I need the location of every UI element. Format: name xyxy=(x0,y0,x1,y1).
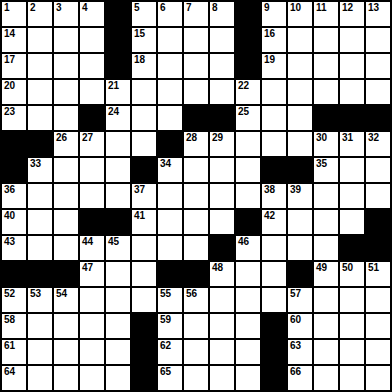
clue-number: 20 xyxy=(4,80,15,91)
block-cell xyxy=(132,314,156,338)
block-cell xyxy=(314,106,338,130)
white-cell[interactable] xyxy=(366,28,390,52)
white-cell[interactable] xyxy=(54,54,78,78)
white-cell[interactable] xyxy=(184,236,208,260)
clue-number: 14 xyxy=(4,28,15,39)
white-cell[interactable] xyxy=(210,80,234,104)
clue-number: 62 xyxy=(160,340,171,351)
white-cell[interactable] xyxy=(236,132,260,156)
white-cell[interactable]: 9 xyxy=(262,2,286,26)
white-cell[interactable] xyxy=(366,314,390,338)
white-cell[interactable]: 57 xyxy=(288,288,312,312)
clue-number: 11 xyxy=(316,2,327,13)
clue-number: 51 xyxy=(368,262,379,273)
white-cell[interactable] xyxy=(158,184,182,208)
block-cell xyxy=(184,106,208,130)
white-cell[interactable] xyxy=(236,366,260,390)
white-cell[interactable] xyxy=(132,288,156,312)
clue-number: 56 xyxy=(186,288,197,299)
clue-number: 60 xyxy=(290,314,301,325)
white-cell[interactable] xyxy=(340,210,364,234)
white-cell[interactable] xyxy=(28,54,52,78)
clue-number: 33 xyxy=(30,158,41,169)
white-cell[interactable] xyxy=(184,340,208,364)
white-cell[interactable]: 40 xyxy=(2,210,26,234)
white-cell[interactable] xyxy=(28,106,52,130)
white-cell[interactable] xyxy=(184,54,208,78)
white-cell[interactable] xyxy=(80,366,104,390)
white-cell[interactable]: 22 xyxy=(236,80,260,104)
white-cell[interactable]: 20 xyxy=(2,80,26,104)
white-cell[interactable] xyxy=(80,80,104,104)
white-cell[interactable]: 7 xyxy=(184,2,208,26)
block-cell xyxy=(262,158,286,182)
block-cell xyxy=(288,158,312,182)
block-cell xyxy=(80,210,104,234)
block-cell xyxy=(236,2,260,26)
white-cell[interactable] xyxy=(132,236,156,260)
block-cell xyxy=(236,54,260,78)
white-cell[interactable] xyxy=(54,210,78,234)
white-cell[interactable]: 42 xyxy=(262,210,286,234)
white-cell[interactable] xyxy=(366,184,390,208)
white-cell[interactable] xyxy=(262,288,286,312)
clue-number: 36 xyxy=(4,184,15,195)
white-cell[interactable] xyxy=(132,106,156,130)
white-cell[interactable]: 62 xyxy=(158,340,182,364)
white-cell[interactable] xyxy=(158,106,182,130)
clue-number: 25 xyxy=(238,106,249,117)
clue-number: 22 xyxy=(238,80,249,91)
white-cell[interactable] xyxy=(54,80,78,104)
white-cell[interactable] xyxy=(210,54,234,78)
white-cell[interactable]: 2 xyxy=(28,2,52,26)
white-cell[interactable]: 46 xyxy=(236,236,260,260)
white-cell[interactable]: 29 xyxy=(210,132,234,156)
block-cell xyxy=(2,158,26,182)
clue-number: 52 xyxy=(4,288,15,299)
clue-number: 8 xyxy=(212,2,218,13)
white-cell[interactable] xyxy=(262,106,286,130)
white-cell[interactable] xyxy=(28,80,52,104)
white-cell[interactable] xyxy=(28,366,52,390)
white-cell[interactable] xyxy=(184,184,208,208)
white-cell[interactable]: 61 xyxy=(2,340,26,364)
white-cell[interactable] xyxy=(288,210,312,234)
clue-number: 39 xyxy=(290,184,301,195)
clue-number: 24 xyxy=(108,106,119,117)
clue-number: 66 xyxy=(290,366,301,377)
white-cell[interactable] xyxy=(236,288,260,312)
clue-number: 38 xyxy=(264,184,275,195)
white-cell[interactable] xyxy=(288,80,312,104)
block-cell xyxy=(158,132,182,156)
white-cell[interactable]: 15 xyxy=(132,28,156,52)
clue-number: 27 xyxy=(82,132,93,143)
white-cell[interactable] xyxy=(54,184,78,208)
clue-number: 50 xyxy=(342,262,353,273)
white-cell[interactable] xyxy=(262,80,286,104)
white-cell[interactable]: 58 xyxy=(2,314,26,338)
white-cell[interactable] xyxy=(210,366,234,390)
clue-number: 44 xyxy=(82,236,93,247)
clue-number: 43 xyxy=(4,236,15,247)
clue-number: 47 xyxy=(82,262,93,273)
white-cell[interactable] xyxy=(80,28,104,52)
white-cell[interactable] xyxy=(106,184,130,208)
clue-number: 48 xyxy=(212,262,223,273)
white-cell[interactable] xyxy=(54,314,78,338)
white-cell[interactable] xyxy=(106,340,130,364)
white-cell[interactable] xyxy=(314,80,338,104)
white-cell[interactable]: 8 xyxy=(210,2,234,26)
white-cell[interactable]: 56 xyxy=(184,288,208,312)
white-cell[interactable]: 54 xyxy=(54,288,78,312)
white-cell[interactable]: 35 xyxy=(314,158,338,182)
white-cell[interactable] xyxy=(28,184,52,208)
white-cell[interactable]: 17 xyxy=(2,54,26,78)
clue-number: 5 xyxy=(134,2,140,13)
white-cell[interactable] xyxy=(236,262,260,286)
white-cell[interactable] xyxy=(184,366,208,390)
clue-number: 29 xyxy=(212,132,223,143)
white-cell[interactable] xyxy=(236,184,260,208)
white-cell[interactable] xyxy=(340,314,364,338)
white-cell[interactable] xyxy=(340,340,364,364)
clue-number: 1 xyxy=(4,2,10,13)
white-cell[interactable] xyxy=(184,210,208,234)
white-cell[interactable]: 28 xyxy=(184,132,208,156)
white-cell[interactable] xyxy=(210,28,234,52)
white-cell[interactable] xyxy=(366,288,390,312)
white-cell[interactable] xyxy=(132,80,156,104)
clue-number: 17 xyxy=(4,54,15,65)
white-cell[interactable]: 39 xyxy=(288,184,312,208)
white-cell[interactable]: 13 xyxy=(366,2,390,26)
clue-number: 46 xyxy=(238,236,249,247)
clue-number: 32 xyxy=(368,132,379,143)
white-cell[interactable] xyxy=(80,158,104,182)
white-cell[interactable] xyxy=(210,288,234,312)
white-cell[interactable]: 59 xyxy=(158,314,182,338)
clue-number: 59 xyxy=(160,314,171,325)
white-cell[interactable] xyxy=(158,236,182,260)
white-cell[interactable] xyxy=(80,184,104,208)
white-cell[interactable]: 14 xyxy=(2,28,26,52)
white-cell[interactable] xyxy=(158,54,182,78)
clue-number: 35 xyxy=(316,158,327,169)
crossword-board: 1234567891011121314151617181920212223242… xyxy=(0,0,392,392)
white-cell[interactable] xyxy=(184,158,208,182)
white-cell[interactable] xyxy=(366,80,390,104)
white-cell[interactable]: 38 xyxy=(262,184,286,208)
white-cell[interactable] xyxy=(28,314,52,338)
white-cell[interactable] xyxy=(28,210,52,234)
clue-number: 3 xyxy=(56,2,62,13)
clue-number: 15 xyxy=(134,28,145,39)
white-cell[interactable] xyxy=(28,236,52,260)
clue-number: 23 xyxy=(4,106,15,117)
white-cell[interactable] xyxy=(288,106,312,130)
block-cell xyxy=(184,262,208,286)
white-cell[interactable] xyxy=(54,366,78,390)
white-cell[interactable]: 41 xyxy=(132,210,156,234)
white-cell[interactable] xyxy=(340,184,364,208)
white-cell[interactable] xyxy=(106,158,130,182)
clue-number: 16 xyxy=(264,28,275,39)
block-cell xyxy=(366,106,390,130)
white-cell[interactable] xyxy=(236,158,260,182)
white-cell[interactable] xyxy=(236,340,260,364)
clue-number: 45 xyxy=(108,236,119,247)
clue-number: 57 xyxy=(290,288,301,299)
white-cell[interactable] xyxy=(106,132,130,156)
white-cell[interactable]: 49 xyxy=(314,262,338,286)
clue-number: 53 xyxy=(30,288,41,299)
block-cell xyxy=(262,340,286,364)
white-cell[interactable] xyxy=(158,28,182,52)
white-cell[interactable]: 48 xyxy=(210,262,234,286)
block-cell xyxy=(262,314,286,338)
white-cell[interactable] xyxy=(340,288,364,312)
white-cell[interactable] xyxy=(54,28,78,52)
block-cell xyxy=(210,236,234,260)
white-cell[interactable] xyxy=(54,106,78,130)
white-cell[interactable]: 11 xyxy=(314,2,338,26)
block-cell xyxy=(340,236,364,260)
clue-number: 18 xyxy=(134,54,145,65)
white-cell[interactable]: 66 xyxy=(288,366,312,390)
block-cell xyxy=(28,132,52,156)
white-cell[interactable]: 50 xyxy=(340,262,364,286)
white-cell[interactable] xyxy=(340,54,364,78)
clue-number: 63 xyxy=(290,340,301,351)
white-cell[interactable] xyxy=(314,236,338,260)
clue-number: 19 xyxy=(264,54,275,65)
white-cell[interactable] xyxy=(366,366,390,390)
white-cell[interactable] xyxy=(340,80,364,104)
white-cell[interactable]: 55 xyxy=(158,288,182,312)
white-cell[interactable]: 18 xyxy=(132,54,156,78)
white-cell[interactable] xyxy=(340,366,364,390)
white-cell[interactable]: 27 xyxy=(80,132,104,156)
white-cell[interactable]: 44 xyxy=(80,236,104,260)
white-cell[interactable]: 12 xyxy=(340,2,364,26)
white-cell[interactable]: 36 xyxy=(2,184,26,208)
white-cell[interactable] xyxy=(106,262,130,286)
white-cell[interactable]: 5 xyxy=(132,2,156,26)
clue-number: 9 xyxy=(264,2,270,13)
block-cell xyxy=(106,54,130,78)
white-cell[interactable] xyxy=(54,158,78,182)
white-cell[interactable]: 30 xyxy=(314,132,338,156)
white-cell[interactable]: 31 xyxy=(340,132,364,156)
block-cell xyxy=(2,262,26,286)
white-cell[interactable]: 51 xyxy=(366,262,390,286)
block-cell xyxy=(366,210,390,234)
white-cell[interactable]: 34 xyxy=(158,158,182,182)
white-cell[interactable] xyxy=(314,210,338,234)
block-cell xyxy=(2,132,26,156)
block-cell xyxy=(54,262,78,286)
white-cell[interactable] xyxy=(210,158,234,182)
white-cell[interactable] xyxy=(184,314,208,338)
clue-number: 49 xyxy=(316,262,327,273)
clue-number: 6 xyxy=(160,2,166,13)
white-cell[interactable] xyxy=(340,158,364,182)
white-cell[interactable] xyxy=(366,340,390,364)
white-cell[interactable] xyxy=(80,288,104,312)
white-cell[interactable]: 53 xyxy=(28,288,52,312)
white-cell[interactable]: 63 xyxy=(288,340,312,364)
white-cell[interactable] xyxy=(106,314,130,338)
white-cell[interactable] xyxy=(314,54,338,78)
block-cell xyxy=(236,210,260,234)
block-cell xyxy=(106,210,130,234)
clue-number: 58 xyxy=(4,314,15,325)
white-cell[interactable]: 3 xyxy=(54,2,78,26)
white-cell[interactable]: 16 xyxy=(262,28,286,52)
white-cell[interactable] xyxy=(210,314,234,338)
white-cell[interactable] xyxy=(210,340,234,364)
white-cell[interactable] xyxy=(314,184,338,208)
clue-number: 30 xyxy=(316,132,327,143)
clue-number: 65 xyxy=(160,366,171,377)
white-cell[interactable]: 10 xyxy=(288,2,312,26)
white-cell[interactable] xyxy=(184,28,208,52)
white-cell[interactable] xyxy=(158,210,182,234)
white-cell[interactable] xyxy=(262,132,286,156)
block-cell xyxy=(366,236,390,260)
white-cell[interactable] xyxy=(28,28,52,52)
white-cell[interactable] xyxy=(80,314,104,338)
clue-number: 13 xyxy=(368,2,379,13)
white-cell[interactable] xyxy=(184,80,208,104)
white-cell[interactable] xyxy=(54,236,78,260)
white-cell[interactable] xyxy=(288,28,312,52)
clue-number: 37 xyxy=(134,184,145,195)
block-cell xyxy=(236,28,260,52)
white-cell[interactable] xyxy=(366,158,390,182)
white-cell[interactable] xyxy=(132,132,156,156)
clue-number: 12 xyxy=(342,2,353,13)
white-cell[interactable] xyxy=(314,28,338,52)
white-cell[interactable] xyxy=(262,236,286,260)
white-cell[interactable]: 24 xyxy=(106,106,130,130)
white-cell[interactable]: 26 xyxy=(54,132,78,156)
white-cell[interactable] xyxy=(314,288,338,312)
white-cell[interactable] xyxy=(210,210,234,234)
white-cell[interactable]: 25 xyxy=(236,106,260,130)
block-cell xyxy=(132,158,156,182)
clue-number: 54 xyxy=(56,288,67,299)
block-cell xyxy=(158,262,182,286)
clue-number: 34 xyxy=(160,158,171,169)
white-cell[interactable]: 65 xyxy=(158,366,182,390)
white-cell[interactable] xyxy=(314,314,338,338)
white-cell[interactable]: 19 xyxy=(262,54,286,78)
white-cell[interactable] xyxy=(288,132,312,156)
white-cell[interactable]: 33 xyxy=(28,158,52,182)
white-cell[interactable] xyxy=(314,366,338,390)
white-cell[interactable] xyxy=(158,80,182,104)
white-cell[interactable] xyxy=(366,54,390,78)
white-cell[interactable]: 21 xyxy=(106,80,130,104)
white-cell[interactable] xyxy=(314,340,338,364)
block-cell xyxy=(106,28,130,52)
white-cell[interactable] xyxy=(80,340,104,364)
white-cell[interactable] xyxy=(106,366,130,390)
block-cell xyxy=(210,106,234,130)
block-cell xyxy=(288,262,312,286)
clue-number: 31 xyxy=(342,132,353,143)
block-cell xyxy=(28,262,52,286)
clue-number: 28 xyxy=(186,132,197,143)
white-cell[interactable]: 43 xyxy=(2,236,26,260)
white-cell[interactable] xyxy=(288,54,312,78)
white-cell[interactable]: 60 xyxy=(288,314,312,338)
white-cell[interactable] xyxy=(288,236,312,260)
white-cell[interactable] xyxy=(132,262,156,286)
white-cell[interactable]: 47 xyxy=(80,262,104,286)
clue-number: 41 xyxy=(134,210,145,221)
white-cell[interactable]: 45 xyxy=(106,236,130,260)
clue-number: 21 xyxy=(108,80,119,91)
clue-number: 55 xyxy=(160,288,171,299)
clue-number: 10 xyxy=(290,2,301,13)
white-cell[interactable]: 1 xyxy=(2,2,26,26)
block-cell xyxy=(132,366,156,390)
block-cell xyxy=(106,2,130,26)
white-cell[interactable] xyxy=(236,314,260,338)
clue-number: 7 xyxy=(186,2,192,13)
white-cell[interactable]: 37 xyxy=(132,184,156,208)
clue-number: 61 xyxy=(4,340,15,351)
white-cell[interactable]: 64 xyxy=(2,366,26,390)
white-cell[interactable]: 23 xyxy=(2,106,26,130)
white-cell[interactable] xyxy=(54,340,78,364)
block-cell xyxy=(262,366,286,390)
clue-number: 64 xyxy=(4,366,15,377)
white-cell[interactable] xyxy=(106,288,130,312)
clue-number: 40 xyxy=(4,210,15,221)
white-cell[interactable] xyxy=(210,184,234,208)
white-cell[interactable] xyxy=(262,262,286,286)
white-cell[interactable]: 6 xyxy=(158,2,182,26)
white-cell[interactable]: 52 xyxy=(2,288,26,312)
clue-number: 42 xyxy=(264,210,275,221)
block-cell xyxy=(80,106,104,130)
block-cell xyxy=(132,340,156,364)
block-cell xyxy=(340,106,364,130)
clue-number: 4 xyxy=(82,2,88,13)
clue-number: 26 xyxy=(56,132,67,143)
white-cell[interactable] xyxy=(340,28,364,52)
clue-number: 2 xyxy=(30,2,36,13)
white-cell[interactable]: 4 xyxy=(80,2,104,26)
white-cell[interactable] xyxy=(28,340,52,364)
white-cell[interactable]: 32 xyxy=(366,132,390,156)
white-cell[interactable] xyxy=(80,54,104,78)
